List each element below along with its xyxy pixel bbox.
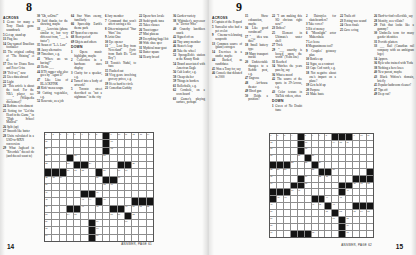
grid-cell bbox=[325, 183, 331, 189]
black-cell bbox=[291, 183, 297, 189]
grid-cell bbox=[291, 169, 297, 175]
clue: 69 Objets and others bbox=[71, 41, 102, 45]
grid-cell bbox=[81, 213, 87, 219]
black-cell bbox=[103, 148, 109, 154]
black-cell bbox=[81, 162, 87, 168]
clue-number: 20 bbox=[74, 154, 76, 156]
black-cell bbox=[360, 176, 366, 182]
grid-cell bbox=[52, 220, 58, 226]
grid-cell bbox=[81, 155, 87, 161]
grid-cell bbox=[118, 148, 124, 154]
grid-cell bbox=[110, 155, 116, 161]
grid-cell bbox=[339, 162, 345, 168]
clue: 25 Element in Ultimate's water shell bbox=[272, 32, 302, 44]
grid-cell bbox=[89, 177, 95, 183]
clue-column: 6 Jury member7 Command that won't affect… bbox=[105, 15, 136, 127]
grid-cell: 8 bbox=[96, 133, 102, 139]
black-cell bbox=[110, 206, 116, 212]
grid-cell bbox=[339, 155, 345, 161]
grid-cell bbox=[139, 235, 145, 241]
grid-cell bbox=[305, 210, 311, 216]
clue-number: 5 bbox=[74, 133, 75, 135]
clue-number: 33 bbox=[326, 175, 328, 177]
grid-cell bbox=[103, 213, 109, 219]
grid-cell bbox=[346, 176, 352, 182]
grid-cell bbox=[125, 140, 131, 146]
clue: 1 Genre for many a Tony Hawk game soundt… bbox=[3, 21, 34, 33]
grid-cell bbox=[96, 140, 102, 146]
grid-cell bbox=[291, 196, 297, 202]
black-cell bbox=[125, 213, 131, 219]
black-cell bbox=[89, 235, 95, 241]
grid-cell bbox=[125, 198, 131, 204]
grid-cell bbox=[298, 196, 304, 202]
clue-number: 23 bbox=[305, 161, 307, 163]
grid-cell: 35 bbox=[96, 177, 102, 183]
grid-cell bbox=[60, 206, 66, 212]
clue-number: 53 bbox=[45, 213, 47, 215]
clue-column: 22 Trails off23 Petting-zoo sound24 Ches… bbox=[340, 15, 370, 127]
grid-cell: 19 bbox=[270, 155, 276, 161]
grid-cell: 45 bbox=[103, 198, 109, 204]
clue-column: 15 Show exhaustion, maybe16 Like good co… bbox=[245, 15, 268, 239]
clue-number: 50 bbox=[270, 210, 272, 212]
black-cell bbox=[298, 148, 304, 154]
clue-number: 17 bbox=[270, 147, 272, 149]
clue: 17 Dos for Diana Ross and Peter Criss bbox=[3, 63, 34, 71]
grid-cell bbox=[305, 217, 311, 223]
grid-cell bbox=[284, 176, 290, 182]
grid-cell bbox=[52, 140, 58, 146]
grid-cell: 63 bbox=[96, 227, 102, 233]
clue-number: 63 bbox=[96, 227, 98, 229]
grid-cell bbox=[110, 191, 116, 197]
clue-number: 17 bbox=[45, 147, 47, 149]
clue-number: 3 bbox=[284, 134, 285, 136]
clue-number: 9 bbox=[353, 134, 354, 136]
clue-number: 30 bbox=[270, 175, 272, 177]
clue-number: 1 bbox=[270, 134, 271, 136]
grid-cell bbox=[118, 155, 124, 161]
grid-cell bbox=[284, 141, 290, 147]
clue-number: 13 bbox=[305, 141, 307, 143]
grid-cell bbox=[147, 140, 153, 146]
clue-number: 54 bbox=[67, 213, 69, 215]
grid-cell bbox=[147, 148, 153, 154]
grid-cell bbox=[139, 184, 145, 190]
answer-note: ANSWER, PAGE 62 bbox=[269, 243, 372, 247]
grid-cell: 20 bbox=[74, 155, 80, 161]
clue: 5 Toronto street described as "not a nig… bbox=[71, 88, 102, 100]
grid-cell: 24 bbox=[319, 162, 325, 168]
grid-cell: 9 bbox=[353, 134, 359, 140]
grid-cell bbox=[325, 217, 331, 223]
grid-cell bbox=[305, 189, 311, 195]
clue-number: 55 bbox=[74, 213, 76, 215]
grid-cell bbox=[277, 183, 283, 189]
grid-cell bbox=[332, 148, 338, 154]
clue-number: 48 bbox=[319, 203, 321, 205]
grid-cell: 15 bbox=[45, 140, 51, 146]
grid-cell bbox=[103, 227, 109, 233]
clue: 46 Console that debuted in 2000 bbox=[212, 72, 242, 80]
clue-number: 60 bbox=[96, 220, 98, 222]
grid-cell bbox=[139, 162, 145, 168]
grid-cell bbox=[277, 217, 283, 223]
grid-cell bbox=[298, 203, 304, 209]
grid-cell bbox=[291, 141, 297, 147]
grid-cell bbox=[360, 162, 366, 168]
grid-cell bbox=[139, 213, 145, 219]
clue-number: 4 bbox=[291, 134, 292, 136]
clue-number: 52 bbox=[147, 205, 149, 207]
grid-cell bbox=[360, 148, 366, 154]
clue-number: 15 bbox=[45, 140, 47, 142]
grid-cell bbox=[60, 140, 66, 146]
grid-cell bbox=[125, 235, 131, 241]
clue-number: 25 bbox=[270, 168, 272, 170]
black-cell bbox=[103, 133, 109, 139]
grid-cell bbox=[60, 148, 66, 154]
grid-cell bbox=[110, 235, 116, 241]
grid-cell bbox=[332, 176, 338, 182]
grid-cell: 55 bbox=[74, 213, 80, 219]
grid-cell bbox=[74, 235, 80, 241]
grid-cell: 3 bbox=[284, 134, 290, 140]
grid-cell bbox=[52, 191, 58, 197]
black-cell bbox=[67, 206, 73, 212]
grid-cell bbox=[298, 217, 304, 223]
black-cell bbox=[96, 198, 102, 204]
grid-cell: 25 bbox=[270, 169, 276, 175]
grid-cell: 35 bbox=[305, 183, 311, 189]
grid-cell bbox=[291, 148, 297, 154]
black-cell bbox=[270, 162, 276, 168]
grid-cell: 1 bbox=[270, 134, 276, 140]
grid-cell: 58 bbox=[346, 217, 352, 223]
black-cell bbox=[298, 231, 304, 237]
grid-cell bbox=[360, 231, 366, 237]
grid-cell bbox=[60, 155, 66, 161]
grid-cell: 58 bbox=[132, 213, 138, 219]
black-cell bbox=[298, 141, 304, 147]
black-cell bbox=[339, 224, 345, 230]
black-cell bbox=[339, 189, 345, 195]
black-cell bbox=[147, 198, 153, 204]
grid-cell bbox=[125, 177, 131, 183]
grid-cell bbox=[346, 148, 352, 154]
grid-cell bbox=[60, 213, 66, 219]
black-cell bbox=[284, 162, 290, 168]
clue-number: 3 bbox=[60, 133, 61, 135]
black-cell bbox=[277, 162, 283, 168]
grid-cell bbox=[52, 213, 58, 219]
grid-cell: 21 bbox=[312, 155, 318, 161]
clue-number: 14 bbox=[147, 133, 149, 135]
grid-cell: 5 bbox=[305, 134, 311, 140]
clue-number: 16 bbox=[346, 141, 348, 143]
clue-number: 13 bbox=[140, 133, 142, 135]
clue: 42 The source of the quote in 29-Across,… bbox=[272, 78, 302, 90]
grid-cell bbox=[346, 162, 352, 168]
grid-cell: 26 bbox=[277, 169, 283, 175]
black-cell bbox=[89, 220, 95, 226]
grid-cell bbox=[132, 235, 138, 241]
clue-number: 55 bbox=[367, 210, 369, 212]
grid-cell: 60 bbox=[346, 224, 352, 230]
grid-cell: 27 bbox=[284, 169, 290, 175]
clue: 44 Backed, as candidates bbox=[212, 59, 242, 67]
grid-cell bbox=[89, 155, 95, 161]
grid-cell bbox=[367, 231, 373, 237]
clue-number: 42 bbox=[277, 196, 279, 198]
grid-cell bbox=[312, 148, 318, 154]
grid-cell bbox=[346, 196, 352, 202]
clue-number: 54 bbox=[360, 210, 362, 212]
black-cell bbox=[339, 217, 345, 223]
grid-cell: 13 bbox=[305, 141, 311, 147]
grid-cell bbox=[360, 141, 366, 147]
clue: 22 "I am making this SO obvious right no… bbox=[272, 15, 302, 27]
grid-cell bbox=[298, 210, 304, 216]
grid-cell: 6 bbox=[312, 134, 318, 140]
grid-cell: 61 bbox=[270, 231, 276, 237]
black-cell bbox=[270, 189, 276, 195]
grid-cell bbox=[89, 184, 95, 190]
grid-cell: 48 bbox=[96, 206, 102, 212]
grid-cell: 62 bbox=[45, 227, 51, 233]
grid-cell: 28 bbox=[81, 169, 87, 175]
grid-cell bbox=[353, 155, 359, 161]
grid-cell bbox=[291, 176, 297, 182]
grid-cell: 28 bbox=[312, 169, 318, 175]
black-cell bbox=[81, 191, 87, 197]
grid-cell: 23 bbox=[305, 162, 311, 168]
clue-number: 29 bbox=[103, 169, 105, 171]
grid-cell bbox=[125, 184, 131, 190]
grid-cell: 45 bbox=[339, 196, 345, 202]
grid-cell bbox=[291, 155, 297, 161]
page-gutter bbox=[202, 0, 214, 255]
grid-cell bbox=[67, 148, 73, 154]
grid-cell bbox=[319, 210, 325, 216]
grid-cell: 53 bbox=[45, 213, 51, 219]
grid-cell bbox=[67, 191, 73, 197]
clue-number: 22 bbox=[45, 162, 47, 164]
grid-cell bbox=[332, 231, 338, 237]
grid-cell bbox=[277, 224, 283, 230]
grid-cell: 18 bbox=[305, 148, 311, 154]
grid-cell bbox=[319, 148, 325, 154]
clue-number: 44 bbox=[89, 198, 91, 200]
grid-cell: 38 bbox=[367, 183, 373, 189]
black-cell bbox=[312, 162, 318, 168]
clue-number: 31 bbox=[305, 175, 307, 177]
grid-cell bbox=[52, 235, 58, 241]
black-cell bbox=[96, 169, 102, 175]
clue-number: 24 bbox=[319, 161, 321, 163]
page-number: 14 bbox=[7, 243, 14, 250]
clue-column: 26 Hard-to-find collectible, say28 Ident… bbox=[374, 15, 414, 227]
grid-cell: 14 bbox=[147, 133, 153, 139]
grid-cell bbox=[147, 177, 153, 183]
grid-cell bbox=[74, 177, 80, 183]
grid-cell bbox=[332, 155, 338, 161]
black-cell bbox=[353, 203, 359, 209]
grid-cell bbox=[89, 169, 95, 175]
clue-number: 11 bbox=[367, 134, 369, 136]
grid-cell: 20 bbox=[298, 155, 304, 161]
grid-cell bbox=[284, 217, 290, 223]
clue: 15 Show exhaustion, maybe bbox=[245, 15, 268, 27]
grid-cell bbox=[353, 217, 359, 223]
grid-cell: 50 bbox=[132, 206, 138, 212]
right-page-edge bbox=[411, 0, 416, 255]
black-cell bbox=[45, 169, 51, 175]
grid-cell bbox=[52, 206, 58, 212]
clue-number: 39 bbox=[111, 183, 113, 185]
grid-cell bbox=[118, 191, 124, 197]
grid-cell bbox=[346, 169, 352, 175]
black-cell bbox=[52, 169, 58, 175]
grid-cell bbox=[125, 191, 131, 197]
grid-cell bbox=[339, 176, 345, 182]
clue-column: ACROSS1 Genre for many a Tony Hawk game … bbox=[3, 15, 34, 239]
grid-cell bbox=[67, 184, 73, 190]
grid-cell: 59 bbox=[45, 220, 51, 226]
grid-cell bbox=[139, 148, 145, 154]
grid-cell bbox=[67, 235, 73, 241]
clue-number: 44 bbox=[326, 196, 328, 198]
grid-cell bbox=[367, 189, 373, 195]
grid-cell: 4 bbox=[291, 134, 297, 140]
grid-cell bbox=[277, 231, 283, 237]
clue-number: 9 bbox=[111, 133, 112, 135]
grid-cell bbox=[67, 140, 73, 146]
grid-cell bbox=[52, 155, 58, 161]
grid-cell: 55 bbox=[367, 210, 373, 216]
clue-number: 48 bbox=[96, 205, 98, 207]
clue-number: 32 bbox=[45, 176, 47, 178]
grid-cell: 17 bbox=[270, 148, 276, 154]
grid-cell: 63 bbox=[346, 231, 352, 237]
clue-number: 10 bbox=[360, 134, 362, 136]
grid-cell bbox=[353, 141, 359, 147]
clue-number: 33 bbox=[52, 176, 54, 178]
clue-number: 58 bbox=[132, 213, 134, 215]
black-cell bbox=[270, 196, 276, 202]
grid-cell bbox=[284, 148, 290, 154]
clue-column: 36 Garden-variety38 Whittaker's successo… bbox=[173, 15, 205, 239]
grid-cell bbox=[346, 155, 352, 161]
grid-cell bbox=[125, 227, 131, 233]
grid-cell: 29 bbox=[332, 169, 338, 175]
clue-number: 60 bbox=[346, 224, 348, 226]
grid-cell bbox=[319, 183, 325, 189]
clue-column: 2 Hairstyles for skateboarders?3 Take co… bbox=[306, 15, 336, 127]
grid-cell bbox=[367, 217, 373, 223]
clue: 50 Holds a position? bbox=[245, 95, 268, 103]
grid-cell bbox=[353, 162, 359, 168]
grid-cell bbox=[332, 224, 338, 230]
grid-cell bbox=[60, 162, 66, 168]
grid-cell: 56 bbox=[110, 213, 116, 219]
clue-number: 31 bbox=[125, 169, 127, 171]
grid-cell: 48 bbox=[319, 203, 325, 209]
clue: 52 SpongeBob's station at the Krusty Kra… bbox=[173, 54, 205, 62]
clue-number: 59 bbox=[45, 220, 47, 222]
grid-cell: 16 bbox=[346, 141, 352, 147]
grid-cell bbox=[325, 155, 331, 161]
clue-number: 39 bbox=[291, 189, 293, 191]
grid-cell: 61 bbox=[125, 220, 131, 226]
grid-cell: 24 bbox=[89, 162, 95, 168]
grid-cell bbox=[277, 203, 283, 209]
grid-cell: 46 bbox=[45, 206, 51, 212]
black-cell bbox=[346, 183, 352, 189]
grid-cell bbox=[103, 220, 109, 226]
grid-cell bbox=[353, 231, 359, 237]
grid-cell bbox=[118, 140, 124, 146]
grid-cell: 54 bbox=[67, 213, 73, 219]
clue-number: 34 bbox=[270, 182, 272, 184]
clue: 43 Color texture in TikTok videos, often bbox=[272, 91, 302, 99]
grid-cell bbox=[312, 210, 318, 216]
grid-cell bbox=[325, 189, 331, 195]
grid-cell bbox=[60, 191, 66, 197]
clue-number: 62 bbox=[312, 231, 314, 233]
grid-cell bbox=[353, 169, 359, 175]
grid-cell: 40 bbox=[298, 189, 304, 195]
grid-cell bbox=[319, 155, 325, 161]
grid-cell bbox=[89, 148, 95, 154]
grid-cell bbox=[132, 169, 138, 175]
clue-column: 22 "I am making this SO obvious right no… bbox=[272, 15, 302, 127]
clue-number: 19 bbox=[45, 154, 47, 156]
clue-number: 8 bbox=[96, 133, 97, 135]
grid-cell bbox=[277, 141, 283, 147]
clue: 21 Make haste bbox=[306, 93, 336, 97]
clue-number: 36 bbox=[353, 182, 355, 184]
grid-cell bbox=[339, 169, 345, 175]
clue-number: 2 bbox=[52, 133, 53, 135]
clue-number: 46 bbox=[45, 205, 47, 207]
grid-cell: 34 bbox=[270, 183, 276, 189]
grid-cell: 49 bbox=[332, 203, 338, 209]
grid-cell bbox=[367, 148, 373, 154]
grid-cell bbox=[353, 196, 359, 202]
clue-number: 63 bbox=[346, 231, 348, 233]
black-cell bbox=[298, 183, 304, 189]
grid-cell bbox=[132, 191, 138, 197]
grid-cell bbox=[74, 227, 80, 233]
clue: 29 "___ anarchy is loosed upon the world… bbox=[272, 49, 302, 61]
grid-cell bbox=[339, 203, 345, 209]
clue: 28 Units calculated in a USD-to-MXN conv… bbox=[3, 135, 34, 147]
clue-number: 11 bbox=[125, 133, 127, 135]
grid-cell bbox=[298, 224, 304, 230]
black-cell bbox=[132, 198, 138, 204]
grid-cell bbox=[147, 235, 153, 241]
grid-cell bbox=[96, 155, 102, 161]
grid-cell bbox=[60, 220, 66, 226]
black-cell bbox=[360, 203, 366, 209]
grid-cell bbox=[81, 227, 87, 233]
grid-cell bbox=[74, 184, 80, 190]
grid-cell bbox=[277, 210, 283, 216]
clue-number: 12 bbox=[132, 133, 134, 135]
grid-cell bbox=[74, 198, 80, 204]
